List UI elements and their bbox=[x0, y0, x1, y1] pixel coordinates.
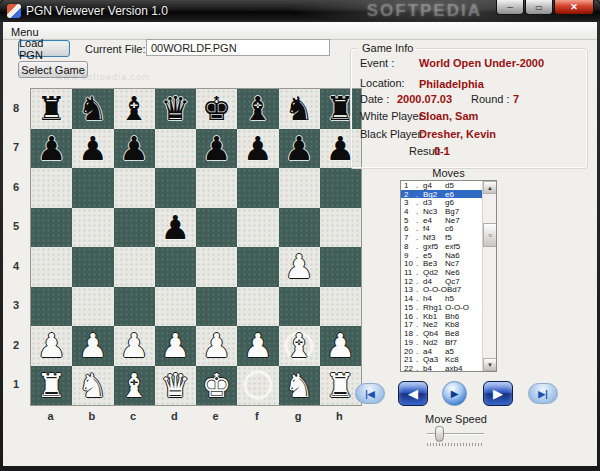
black-move: Nc7 bbox=[445, 259, 459, 268]
move-row-9[interactable]: 9.e5Na6 bbox=[401, 251, 482, 260]
file-label-e: e bbox=[195, 410, 236, 424]
move-number: 2 bbox=[404, 190, 416, 199]
move-number: 16 bbox=[404, 312, 416, 321]
move-number: 1 bbox=[404, 181, 416, 190]
white-move: Bg2 bbox=[423, 190, 445, 199]
maximize-button[interactable]: ▭ bbox=[525, 0, 553, 15]
current-file-input[interactable] bbox=[146, 39, 330, 56]
move-dot: . bbox=[416, 259, 423, 268]
file-label-f: f bbox=[236, 410, 277, 424]
square-g5 bbox=[279, 208, 320, 248]
white-move: Qb4 bbox=[423, 329, 445, 338]
move-dot: . bbox=[416, 198, 423, 207]
black-pawn: ♟ bbox=[237, 129, 278, 168]
white-pawn: ♟ bbox=[196, 326, 237, 365]
rank-label-8: 8 bbox=[6, 88, 26, 128]
white-move: Nf3 bbox=[423, 233, 445, 242]
move-row-22[interactable]: 22.b4axb4 bbox=[401, 364, 482, 372]
square-f2: ♟ bbox=[237, 326, 278, 366]
square-d6 bbox=[155, 168, 196, 208]
white-pawn: ♟ bbox=[237, 326, 278, 365]
app-window: PGN Viewever Version 1.0 SOFTPEDIA ─ ▭ ✕… bbox=[0, 0, 600, 471]
white-player-value: Sloan, Sam bbox=[419, 110, 478, 122]
white-move: d3 bbox=[423, 198, 445, 207]
square-e5 bbox=[196, 208, 237, 248]
move-row-13[interactable]: 13.O-O-OBd7 bbox=[401, 286, 482, 295]
black-pawn: ♟ bbox=[114, 129, 155, 168]
move-dot: . bbox=[416, 190, 423, 199]
white-move: Be3 bbox=[423, 259, 445, 268]
white-move: h4 bbox=[423, 294, 445, 303]
black-queen: ♛ bbox=[155, 89, 196, 128]
move-row-14[interactable]: 14.h4h5 bbox=[401, 294, 482, 303]
white-move: d4 bbox=[423, 277, 445, 286]
square-a5 bbox=[31, 208, 72, 248]
white-pawn: ♟ bbox=[320, 326, 361, 365]
square-e3 bbox=[196, 287, 237, 327]
move-number: 20 bbox=[404, 347, 416, 356]
square-a7: ♟ bbox=[31, 129, 72, 169]
square-f4 bbox=[237, 247, 278, 287]
moves-scrollbar[interactable]: ▲ ≡ ▼ bbox=[482, 181, 496, 371]
move-number: 6 bbox=[404, 224, 416, 233]
rank-label-7: 7 bbox=[6, 128, 26, 168]
move-number: 13 bbox=[404, 285, 416, 294]
app-icon bbox=[7, 4, 21, 18]
white-pawn: ♟ bbox=[114, 326, 155, 365]
current-file-label: Current File: bbox=[85, 43, 146, 55]
move-row-8[interactable]: 8.gxf5exf5 bbox=[401, 242, 482, 251]
black-move: Bd7 bbox=[447, 285, 461, 294]
play-button[interactable]: ▶ bbox=[442, 381, 467, 406]
move-number: 18 bbox=[404, 329, 416, 338]
move-row-4[interactable]: 4.Nc3Bg7 bbox=[401, 207, 482, 216]
square-a3 bbox=[31, 287, 72, 327]
date-label: Date : bbox=[360, 93, 389, 105]
black-bishop: ♝ bbox=[114, 89, 155, 128]
black-move: exf5 bbox=[445, 242, 460, 251]
black-move: Bf7 bbox=[445, 338, 457, 347]
black-move: Kb8 bbox=[445, 320, 459, 329]
square-f3 bbox=[237, 287, 278, 327]
move-number: 21 bbox=[404, 355, 416, 364]
white-rook: ♜ bbox=[320, 366, 361, 405]
square-h1: ♜ bbox=[320, 366, 361, 406]
black-rook: ♜ bbox=[320, 89, 361, 128]
square-d8: ♛ bbox=[155, 89, 196, 129]
white-move: f4 bbox=[423, 224, 445, 233]
move-dot: . bbox=[416, 303, 423, 312]
move-number: 7 bbox=[404, 233, 416, 242]
file-label-h: h bbox=[319, 410, 360, 424]
move-speed-slider-ticks bbox=[427, 443, 484, 446]
move-number: 19 bbox=[404, 338, 416, 347]
rank-label-5: 5 bbox=[6, 207, 26, 247]
square-e8: ♚ bbox=[196, 89, 237, 129]
square-e7: ♟ bbox=[196, 129, 237, 169]
move-dot: . bbox=[416, 181, 423, 190]
white-move: Qd2 bbox=[423, 268, 445, 277]
move-number: 12 bbox=[404, 277, 416, 286]
square-h8: ♜ bbox=[320, 89, 361, 129]
square-g2: ♝ bbox=[279, 326, 320, 366]
event-label: Event : bbox=[360, 57, 394, 69]
black-king: ♚ bbox=[196, 89, 237, 128]
black-move: axb4 bbox=[445, 364, 462, 372]
white-move: Rhg1 bbox=[423, 303, 445, 312]
date-value: 2000.07.03 bbox=[397, 93, 452, 105]
close-button[interactable]: ✕ bbox=[554, 0, 594, 15]
scrollbar-thumb[interactable]: ≡ bbox=[483, 223, 497, 247]
white-knight: ♞ bbox=[279, 366, 320, 405]
square-h2: ♟ bbox=[320, 326, 361, 366]
square-e4 bbox=[196, 247, 237, 287]
square-c8: ♝ bbox=[114, 89, 155, 129]
move-row-20[interactable]: 20.a4a5 bbox=[401, 347, 482, 356]
black-move: Ne7 bbox=[445, 216, 460, 225]
move-dot: . bbox=[416, 312, 423, 321]
previous-move-button[interactable]: ◀ bbox=[398, 381, 428, 406]
square-b6 bbox=[72, 168, 113, 208]
round-label: Round : bbox=[471, 93, 510, 105]
move-number: 3 bbox=[404, 198, 416, 207]
square-b1: ♞ bbox=[72, 366, 113, 406]
move-number: 5 bbox=[404, 216, 416, 225]
white-move: gxf5 bbox=[423, 242, 445, 251]
white-move: e5 bbox=[423, 251, 445, 260]
move-dot: . bbox=[416, 224, 423, 233]
site-watermark: www.softpedia.com bbox=[56, 72, 151, 82]
move-dot: . bbox=[416, 216, 423, 225]
white-move: O-O-O bbox=[423, 285, 447, 294]
square-h6 bbox=[320, 168, 361, 208]
window-title: PGN Viewever Version 1.0 bbox=[26, 4, 168, 18]
square-h7: ♟ bbox=[320, 129, 361, 169]
square-f1 bbox=[237, 366, 278, 406]
next-move-button[interactable]: ▶ bbox=[483, 381, 513, 406]
move-dot: . bbox=[416, 347, 423, 356]
square-c7: ♟ bbox=[114, 129, 155, 169]
square-d7 bbox=[155, 129, 196, 169]
square-a6 bbox=[31, 168, 72, 208]
move-dot: . bbox=[416, 294, 423, 303]
black-move: e6 bbox=[445, 190, 454, 199]
white-rook: ♜ bbox=[31, 366, 72, 405]
file-label-a: a bbox=[30, 410, 71, 424]
move-number: 14 bbox=[404, 294, 416, 303]
white-bishop: ♝ bbox=[279, 326, 320, 365]
square-c1: ♝ bbox=[114, 366, 155, 406]
load-pgn-button[interactable]: Load PGN bbox=[18, 40, 70, 57]
black-player-label: Black Player: bbox=[360, 128, 424, 140]
white-pawn: ♟ bbox=[155, 326, 196, 365]
scroll-down-icon[interactable]: ▼ bbox=[483, 358, 497, 371]
file-label-d: d bbox=[154, 410, 195, 424]
go-to-end-button[interactable]: ▶| bbox=[528, 383, 558, 404]
minimize-button[interactable]: ─ bbox=[496, 0, 524, 15]
location-label: Location: bbox=[360, 77, 405, 89]
square-c5 bbox=[114, 208, 155, 248]
rank-label-6: 6 bbox=[6, 167, 26, 207]
move-dot: . bbox=[416, 285, 423, 294]
white-move: Nc3 bbox=[423, 207, 445, 216]
white-knight: ♞ bbox=[72, 366, 113, 405]
square-f5 bbox=[237, 208, 278, 248]
move-row-18[interactable]: 18.Qb4Be8 bbox=[401, 329, 482, 338]
square-g7: ♟ bbox=[279, 129, 320, 169]
square-d3 bbox=[155, 287, 196, 327]
move-number: 11 bbox=[404, 268, 416, 277]
black-move: Na6 bbox=[445, 251, 460, 260]
rank-label-1: 1 bbox=[6, 365, 26, 405]
move-row-6[interactable]: 6.f4c6 bbox=[401, 225, 482, 234]
black-move: Bh6 bbox=[445, 312, 459, 321]
black-knight: ♞ bbox=[72, 89, 113, 128]
move-row-10[interactable]: 10.Be3Nc7 bbox=[401, 259, 482, 268]
moves-label: Moves bbox=[400, 167, 497, 179]
move-row-1[interactable]: 1.g4d5 bbox=[401, 181, 482, 190]
move-number: 15 bbox=[404, 303, 416, 312]
square-f7: ♟ bbox=[237, 129, 278, 169]
title-bar: PGN Viewever Version 1.0 SOFTPEDIA ─ ▭ ✕ bbox=[0, 0, 600, 22]
black-move: h5 bbox=[445, 294, 454, 303]
move-number: 22 bbox=[404, 364, 416, 372]
square-d1: ♛ bbox=[155, 366, 196, 406]
white-move: Ne2 bbox=[423, 320, 445, 329]
rank-label-3: 3 bbox=[6, 286, 26, 326]
white-pawn: ♟ bbox=[279, 247, 320, 286]
move-row-21[interactable]: 21.Qa3Kc8 bbox=[401, 355, 482, 364]
move-dot: . bbox=[416, 251, 423, 260]
square-d5: ♟ bbox=[155, 208, 196, 248]
square-b4 bbox=[72, 247, 113, 287]
square-a8: ♜ bbox=[31, 89, 72, 129]
black-pawn: ♟ bbox=[196, 129, 237, 168]
move-dot: . bbox=[416, 233, 423, 242]
location-value: Philadelphia bbox=[419, 78, 484, 90]
white-move: g4 bbox=[423, 181, 445, 190]
move-number: 10 bbox=[404, 259, 416, 268]
move-number: 4 bbox=[404, 207, 416, 216]
white-move: a4 bbox=[423, 347, 445, 356]
square-b2: ♟ bbox=[72, 326, 113, 366]
window-controls: ─ ▭ ✕ bbox=[496, 0, 594, 15]
move-dot: . bbox=[416, 277, 423, 286]
white-move: e4 bbox=[423, 216, 445, 225]
square-g8: ♞ bbox=[279, 89, 320, 129]
square-e6 bbox=[196, 168, 237, 208]
rank-label-2: 2 bbox=[6, 325, 26, 365]
square-e1: ♚ bbox=[196, 366, 237, 406]
move-row-15[interactable]: 15.Rhg1O-O-O bbox=[401, 303, 482, 312]
white-pawn: ♟ bbox=[72, 326, 113, 365]
square-d2: ♟ bbox=[155, 326, 196, 366]
move-speed-slider-thumb[interactable] bbox=[435, 426, 444, 442]
move-number: 17 bbox=[404, 320, 416, 329]
softpedia-watermark: SOFTPEDIA bbox=[367, 1, 482, 21]
square-a2: ♟ bbox=[31, 326, 72, 366]
move-row-5[interactable]: 5.e4Ne7 bbox=[401, 216, 482, 225]
black-knight: ♞ bbox=[279, 89, 320, 128]
rank-label-4: 4 bbox=[6, 246, 26, 286]
white-pawn: ♟ bbox=[31, 326, 72, 365]
square-h4 bbox=[320, 247, 361, 287]
file-label-c: c bbox=[113, 410, 154, 424]
white-move: Qa3 bbox=[423, 355, 445, 364]
square-a4 bbox=[31, 247, 72, 287]
square-c3 bbox=[114, 287, 155, 327]
white-bishop: ♝ bbox=[114, 366, 155, 405]
square-c4 bbox=[114, 247, 155, 287]
move-dot: . bbox=[416, 364, 423, 372]
move-dot: . bbox=[416, 338, 423, 347]
file-labels: abcdefgh bbox=[30, 410, 360, 424]
square-c6 bbox=[114, 168, 155, 208]
move-number: 9 bbox=[404, 251, 416, 260]
scroll-up-icon[interactable]: ▲ bbox=[483, 181, 497, 194]
move-row-12[interactable]: 12.d4Qc7 bbox=[401, 277, 482, 286]
square-c2: ♟ bbox=[114, 326, 155, 366]
black-move: Be8 bbox=[445, 329, 459, 338]
black-pawn: ♟ bbox=[31, 129, 72, 168]
white-move: b4 bbox=[423, 364, 445, 372]
black-pawn: ♟ bbox=[72, 129, 113, 168]
round-value: 7 bbox=[513, 93, 519, 105]
move-dot: . bbox=[416, 355, 423, 364]
square-b5 bbox=[72, 208, 113, 248]
move-dot: . bbox=[416, 242, 423, 251]
square-b7: ♟ bbox=[72, 129, 113, 169]
move-dot: . bbox=[416, 329, 423, 338]
square-g4: ♟ bbox=[279, 247, 320, 287]
black-move: Qc7 bbox=[445, 277, 460, 286]
square-d4 bbox=[155, 247, 196, 287]
black-move: O-O-O bbox=[445, 303, 469, 312]
square-f8: ♝ bbox=[237, 89, 278, 129]
moves-list: 1.g4d52.Bg2e63.d3g64.Nc3Bg75.e4Ne76.f4c6… bbox=[400, 180, 497, 372]
black-move: g6 bbox=[445, 198, 454, 207]
move-row-7[interactable]: 7.Nf3f5 bbox=[401, 233, 482, 242]
square-a1: ♜ bbox=[31, 366, 72, 406]
black-pawn: ♟ bbox=[155, 208, 196, 247]
square-f6 bbox=[237, 168, 278, 208]
move-row-2[interactable]: 2.Bg2e6 bbox=[401, 190, 482, 199]
square-h5 bbox=[320, 208, 361, 248]
move-row-16[interactable]: 16.Kb1Bh6 bbox=[401, 312, 482, 321]
black-move: d5 bbox=[445, 181, 454, 190]
black-move: a5 bbox=[445, 347, 454, 356]
result-value: 0-1 bbox=[434, 145, 450, 157]
move-row-11[interactable]: 11.Qd2Ne6 bbox=[401, 268, 482, 277]
square-b3 bbox=[72, 287, 113, 327]
white-king: ♚ bbox=[196, 366, 237, 405]
black-player-value: Dresher, Kevin bbox=[419, 128, 496, 140]
event-value: World Open Under-2000 bbox=[419, 57, 544, 69]
move-row-17[interactable]: 17.Ne2Kb8 bbox=[401, 321, 482, 330]
move-speed-label: Move Speed bbox=[414, 413, 498, 425]
file-label-b: b bbox=[71, 410, 112, 424]
menu-bar: Menu bbox=[3, 22, 597, 40]
square-g3 bbox=[279, 287, 320, 327]
move-dot: . bbox=[416, 268, 423, 277]
black-bishop: ♝ bbox=[237, 89, 278, 128]
black-move: Ne6 bbox=[445, 268, 460, 277]
move-row-19[interactable]: 19.Nd2Bf7 bbox=[401, 338, 482, 347]
move-highlight-ring bbox=[243, 371, 272, 400]
square-h3 bbox=[320, 287, 361, 327]
move-number: 8 bbox=[404, 242, 416, 251]
move-dot: . bbox=[416, 320, 423, 329]
black-rook: ♜ bbox=[31, 89, 72, 128]
square-e2: ♟ bbox=[196, 326, 237, 366]
file-label-g: g bbox=[278, 410, 319, 424]
black-pawn: ♟ bbox=[320, 129, 361, 168]
black-move: Bg7 bbox=[445, 207, 459, 216]
black-move: Kc8 bbox=[445, 355, 459, 364]
rank-labels: 87654321 bbox=[6, 88, 26, 404]
white-queen: ♛ bbox=[155, 366, 196, 405]
black-move: f5 bbox=[445, 233, 452, 242]
move-row-3[interactable]: 3.d3g6 bbox=[401, 198, 482, 207]
square-b8: ♞ bbox=[72, 89, 113, 129]
black-pawn: ♟ bbox=[279, 129, 320, 168]
square-g1: ♞ bbox=[279, 366, 320, 406]
chess-board: ♜♞♝♛♚♝♞♜♟♟♟♟♟♟♟♟♟♟♟♟♟♟♟♝♟♜♞♝♛♚♞♜ bbox=[30, 88, 362, 406]
move-dot: . bbox=[416, 207, 423, 216]
square-g6 bbox=[279, 168, 320, 208]
white-move: Kb1 bbox=[423, 312, 445, 321]
game-info-legend: Game Info bbox=[358, 42, 417, 54]
white-move: Nd2 bbox=[423, 338, 445, 347]
black-move: c6 bbox=[445, 224, 453, 233]
